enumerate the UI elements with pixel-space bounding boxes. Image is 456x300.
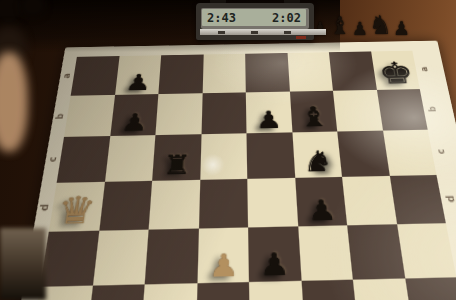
photo-frame: 12345678 abcdefgh abcdefgh ♟♚♟♟♝♜♞♛♟♟♟♟♟…: [0, 0, 456, 300]
square-c6: ♞: [292, 131, 342, 177]
square-b4: [201, 92, 246, 134]
white-queen: ♛: [49, 192, 103, 231]
square-c2: [104, 135, 155, 181]
square-d5: [247, 177, 297, 227]
square-e2: [92, 230, 148, 285]
square-c8: [383, 130, 437, 176]
clock-time-left: 2:43: [207, 11, 236, 25]
black-pawn: ♟: [248, 248, 300, 280]
square-a5: [245, 53, 289, 92]
captured-piece: ♞: [369, 12, 392, 38]
square-c1: [57, 136, 110, 182]
square-a1: [71, 56, 119, 95]
square-c7: [337, 131, 389, 177]
captured-pieces-tray: ♟♝♟♞♟: [312, 0, 412, 38]
square-f8: [405, 277, 456, 300]
captured-piece: ♝: [329, 14, 351, 38]
square-b5: ♟: [246, 91, 292, 133]
black-king: ♚: [372, 58, 420, 88]
square-e8: [397, 223, 456, 278]
square-e7: [347, 224, 404, 279]
square-e3: [145, 229, 199, 284]
square-d2: [99, 180, 152, 230]
square-d6: ♟: [295, 176, 347, 226]
player-arm: [0, 52, 28, 152]
square-c5: [246, 132, 294, 178]
black-rook: ♜: [152, 151, 200, 179]
black-pawn: ♟: [296, 196, 347, 225]
square-a8: ♚: [371, 51, 420, 90]
square-b1: [64, 94, 115, 137]
square-a4: [202, 54, 246, 93]
table-edge: [0, 228, 46, 300]
square-c4: [200, 133, 247, 179]
white-pawn: ♟: [197, 249, 249, 281]
square-a2: ♟: [115, 55, 162, 94]
black-knight: ♞: [293, 147, 342, 176]
captured-piece: ♟: [393, 19, 410, 38]
clock-logo: [296, 36, 306, 39]
chess-board: 12345678 abcdefgh abcdefgh ♟♚♟♟♝♜♞♛♟♟♟♟♟…: [0, 41, 456, 300]
square-b6: ♝: [289, 90, 337, 132]
square-b8: [376, 89, 427, 131]
square-f3: [140, 283, 196, 300]
square-d7: [342, 175, 397, 225]
black-pawn: ♟: [110, 110, 157, 135]
square-e5: ♟: [248, 226, 301, 281]
chess-clock: 2:43 2:02: [196, 0, 314, 40]
captured-piece: ♟: [352, 20, 368, 38]
square-b3: [155, 93, 202, 135]
square-c3: ♜: [152, 134, 201, 180]
square-d4: [198, 178, 248, 228]
square-e6: [298, 225, 353, 280]
black-bishop: ♝: [290, 103, 337, 131]
clock-bezel: 2:43 2:02: [201, 8, 309, 29]
square-f4: [195, 281, 250, 300]
square-e4: ♟: [197, 227, 249, 282]
black-pawn: ♟: [246, 108, 292, 133]
square-f5: [249, 280, 305, 300]
square-f2: ♟: [85, 284, 144, 300]
clock-silver-band: [200, 29, 326, 35]
square-d1: ♛: [49, 181, 105, 232]
square-a3: [158, 55, 203, 94]
clock-body: 2:43 2:02: [196, 3, 314, 40]
square-a7: [329, 51, 376, 90]
board-grid: ♟♚♟♟♝♜♞♛♟♟♟♟♟♟♚♟♞♟♟: [8, 51, 456, 300]
square-b2: ♟: [110, 94, 159, 136]
square-e1: [40, 231, 99, 286]
square-d8: [389, 174, 446, 224]
square-b7: [333, 89, 383, 131]
square-f6: ♟: [301, 279, 359, 300]
square-a6: [287, 52, 333, 91]
square-d3: [149, 179, 200, 229]
clock-time-right: 2:02: [272, 11, 301, 25]
black-pawn: ♟: [115, 71, 160, 94]
clock-display: 2:43 2:02: [202, 9, 306, 26]
